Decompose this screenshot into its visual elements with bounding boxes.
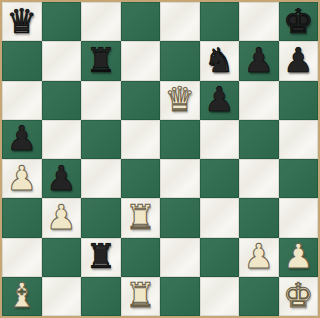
piece-white-bishop: ♝ <box>7 278 37 312</box>
square-d4[interactable] <box>121 159 161 198</box>
piece-white-king: ♚ <box>283 278 313 312</box>
piece-white-rook: ♜ <box>125 278 155 312</box>
square-h5[interactable] <box>279 120 319 159</box>
square-c7[interactable]: ♜ <box>81 41 121 80</box>
square-b1[interactable] <box>42 277 82 316</box>
piece-black-pawn: ♟ <box>283 43 313 77</box>
square-a6[interactable] <box>2 81 42 120</box>
square-c6[interactable] <box>81 81 121 120</box>
square-e2[interactable] <box>160 238 200 277</box>
square-d2[interactable] <box>121 238 161 277</box>
square-c3[interactable] <box>81 198 121 237</box>
square-h2[interactable]: ♟ <box>279 238 319 277</box>
square-d1[interactable]: ♜ <box>121 277 161 316</box>
square-h4[interactable] <box>279 159 319 198</box>
square-f4[interactable] <box>200 159 240 198</box>
square-e6[interactable]: ♛ <box>160 81 200 120</box>
square-d3[interactable]: ♜ <box>121 198 161 237</box>
square-h1[interactable]: ♚ <box>279 277 319 316</box>
square-g8[interactable] <box>239 2 279 41</box>
square-c8[interactable] <box>81 2 121 41</box>
square-b5[interactable] <box>42 120 82 159</box>
square-e5[interactable] <box>160 120 200 159</box>
square-b8[interactable] <box>42 2 82 41</box>
square-b6[interactable] <box>42 81 82 120</box>
square-f6[interactable]: ♟ <box>200 81 240 120</box>
square-a1[interactable]: ♝ <box>2 277 42 316</box>
piece-white-pawn: ♟ <box>46 200 76 234</box>
square-a5[interactable]: ♟ <box>2 120 42 159</box>
square-f7[interactable]: ♞ <box>200 41 240 80</box>
square-g1[interactable] <box>239 277 279 316</box>
piece-black-rook: ♜ <box>86 43 116 77</box>
square-d6[interactable] <box>121 81 161 120</box>
chess-board: ♛♚♜♞♟♟♛♟♟♟♟♟♜♜♟♟♝♜♚ <box>2 2 318 316</box>
square-h6[interactable] <box>279 81 319 120</box>
square-e3[interactable] <box>160 198 200 237</box>
chess-board-frame: ♛♚♜♞♟♟♛♟♟♟♟♟♜♜♟♟♝♜♚ <box>0 0 320 318</box>
square-c2[interactable]: ♜ <box>81 238 121 277</box>
square-a2[interactable] <box>2 238 42 277</box>
piece-black-king: ♚ <box>283 4 313 38</box>
piece-black-pawn: ♟ <box>7 121 37 155</box>
square-e4[interactable] <box>160 159 200 198</box>
square-a3[interactable] <box>2 198 42 237</box>
piece-white-queen: ♛ <box>165 82 195 116</box>
square-e7[interactable] <box>160 41 200 80</box>
square-a4[interactable]: ♟ <box>2 159 42 198</box>
square-b2[interactable] <box>42 238 82 277</box>
square-g7[interactable]: ♟ <box>239 41 279 80</box>
piece-white-pawn: ♟ <box>7 161 37 195</box>
square-b3[interactable]: ♟ <box>42 198 82 237</box>
square-g2[interactable]: ♟ <box>239 238 279 277</box>
square-d5[interactable] <box>121 120 161 159</box>
square-g6[interactable] <box>239 81 279 120</box>
square-g4[interactable] <box>239 159 279 198</box>
piece-white-pawn: ♟ <box>244 239 274 273</box>
square-g3[interactable] <box>239 198 279 237</box>
square-d7[interactable] <box>121 41 161 80</box>
square-h8[interactable]: ♚ <box>279 2 319 41</box>
piece-black-pawn: ♟ <box>204 82 234 116</box>
square-h7[interactable]: ♟ <box>279 41 319 80</box>
square-c4[interactable] <box>81 159 121 198</box>
square-b4[interactable]: ♟ <box>42 159 82 198</box>
piece-black-pawn: ♟ <box>244 43 274 77</box>
square-f2[interactable] <box>200 238 240 277</box>
square-c1[interactable] <box>81 277 121 316</box>
square-e8[interactable] <box>160 2 200 41</box>
piece-black-queen: ♛ <box>7 4 37 38</box>
piece-white-rook: ♜ <box>125 200 155 234</box>
piece-white-pawn: ♟ <box>283 239 313 273</box>
square-g5[interactable] <box>239 120 279 159</box>
square-a7[interactable] <box>2 41 42 80</box>
square-b7[interactable] <box>42 41 82 80</box>
square-d8[interactable] <box>121 2 161 41</box>
square-f1[interactable] <box>200 277 240 316</box>
square-f3[interactable] <box>200 198 240 237</box>
piece-black-knight: ♞ <box>204 43 234 77</box>
square-f5[interactable] <box>200 120 240 159</box>
piece-black-pawn: ♟ <box>46 161 76 195</box>
piece-black-rook: ♜ <box>86 239 116 273</box>
square-h3[interactable] <box>279 198 319 237</box>
square-a8[interactable]: ♛ <box>2 2 42 41</box>
square-f8[interactable] <box>200 2 240 41</box>
square-c5[interactable] <box>81 120 121 159</box>
square-e1[interactable] <box>160 277 200 316</box>
